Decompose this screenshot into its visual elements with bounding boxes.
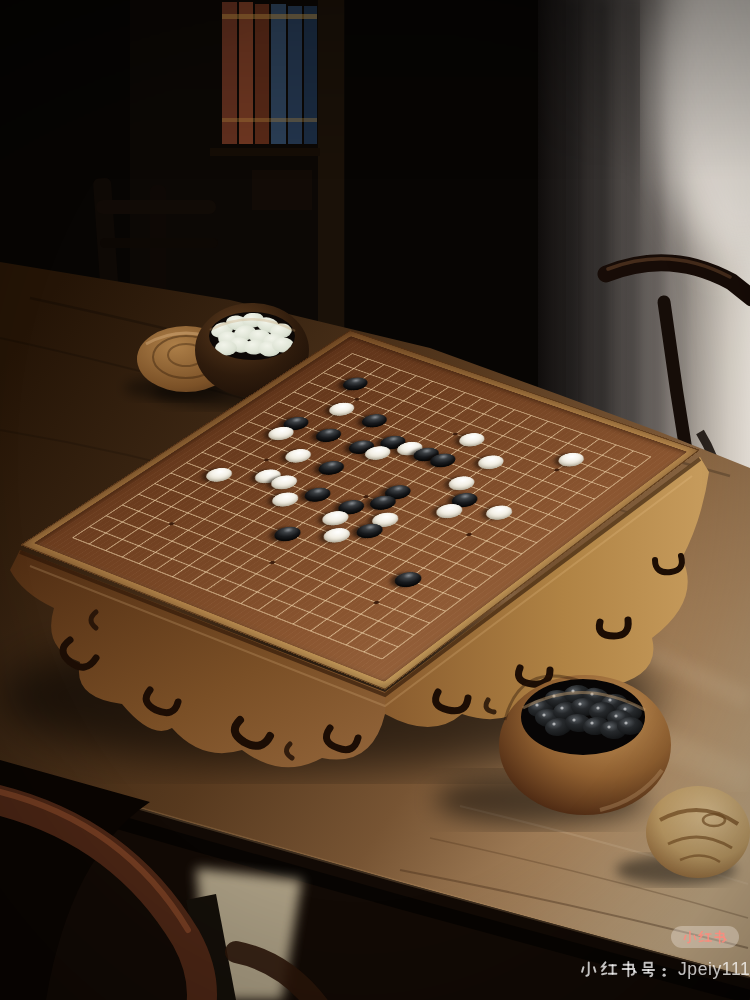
white-stone — [318, 526, 355, 546]
white-stone — [473, 453, 509, 472]
black-stone — [299, 485, 335, 504]
watermark-account: Jpeiy1119 — [678, 959, 750, 980]
watermark-label-glyphs — [579, 959, 671, 980]
white-stone — [444, 474, 480, 493]
stone-highlight — [614, 714, 617, 717]
stone-highlight — [623, 707, 626, 710]
white-stone — [267, 490, 304, 509]
stone-highlight — [572, 718, 575, 721]
stone-highlight — [607, 725, 610, 728]
black-bowl-lid — [646, 786, 750, 878]
stone-highlight — [535, 703, 538, 706]
black-stone — [357, 412, 392, 430]
xiaohongshu-logo-glyphs — [682, 929, 728, 946]
stone-highlight — [542, 713, 545, 716]
stone-highlight — [596, 706, 599, 709]
black-stone — [269, 524, 306, 544]
white-stone — [454, 431, 489, 449]
white-stone — [280, 446, 316, 465]
stone-highlight — [578, 702, 581, 705]
white-stone — [201, 465, 237, 484]
stone-highlight — [552, 722, 555, 725]
black-stone — [338, 375, 373, 392]
watermark-line: Jpeiy1119 — [579, 957, 750, 981]
white-stone — [481, 503, 517, 522]
black-stone — [389, 569, 427, 590]
photo-scene: Jpeiy1119 — [0, 0, 750, 1000]
stone-highlight — [560, 706, 563, 709]
black-stone — [311, 426, 347, 444]
black-stone — [313, 458, 349, 477]
stone-highlight — [590, 721, 593, 724]
bowl-stone-black — [617, 717, 643, 735]
white-stone — [553, 450, 588, 469]
white-stone — [324, 400, 359, 418]
stone-highlight — [608, 698, 611, 701]
stone-highlight — [624, 721, 627, 724]
xiaohongshu-badge — [671, 926, 739, 948]
